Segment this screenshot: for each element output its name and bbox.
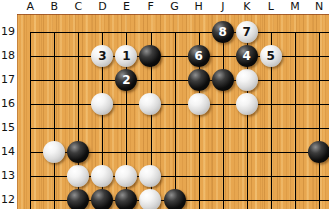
column-label-L: L bbox=[259, 0, 283, 14]
black-stone-H18-move-6: 6 bbox=[188, 45, 210, 67]
stone-grid: 73158642 bbox=[18, 20, 329, 209]
column-label-K: K bbox=[235, 0, 259, 14]
black-stone-H17 bbox=[188, 69, 210, 91]
column-label-N: N bbox=[307, 0, 329, 14]
column-label-G: G bbox=[163, 0, 187, 14]
row-label-17: 17 bbox=[0, 73, 15, 87]
row-label-16: 16 bbox=[0, 97, 15, 111]
column-label-C: C bbox=[66, 0, 90, 14]
black-stone-E12 bbox=[115, 189, 137, 209]
white-stone-D13 bbox=[91, 165, 113, 187]
row-label-19: 19 bbox=[0, 25, 15, 39]
column-label-M: M bbox=[283, 0, 307, 14]
white-stone-H16 bbox=[188, 93, 210, 115]
column-label-H: H bbox=[187, 0, 211, 14]
white-stone-C13 bbox=[67, 165, 89, 187]
white-stone-D18-move-3: 3 bbox=[91, 45, 113, 67]
row-label-18: 18 bbox=[0, 49, 15, 63]
go-board[interactable]: 73158642 bbox=[17, 14, 329, 209]
column-label-J: J bbox=[211, 0, 235, 14]
column-label-A: A bbox=[18, 0, 42, 14]
white-stone-E18-move-1: 1 bbox=[115, 45, 137, 67]
row-label-13: 13 bbox=[0, 169, 15, 183]
column-label-E: E bbox=[114, 0, 138, 14]
column-label-B: B bbox=[42, 0, 66, 14]
black-stone-K18-move-4: 4 bbox=[236, 45, 258, 67]
black-stone-J19-move-8: 8 bbox=[212, 21, 234, 43]
white-stone-K19-move-7: 7 bbox=[236, 21, 258, 43]
row-labels-strip: 1918171615141312 bbox=[0, 0, 17, 209]
black-stone-N14 bbox=[308, 141, 329, 163]
white-stone-F13 bbox=[139, 165, 161, 187]
white-stone-L18-move-5: 5 bbox=[260, 45, 282, 67]
black-stone-C14 bbox=[67, 141, 89, 163]
black-stone-C12 bbox=[67, 189, 89, 209]
white-stone-K17 bbox=[236, 69, 258, 91]
go-board-viewport: ABCDEFGHJKLMN 1918171615141312 73158642 bbox=[0, 0, 329, 209]
white-stone-F16 bbox=[139, 93, 161, 115]
black-stone-G12 bbox=[164, 189, 186, 209]
white-stone-D16 bbox=[91, 93, 113, 115]
column-labels-strip: ABCDEFGHJKLMN bbox=[0, 0, 329, 14]
white-stone-F12 bbox=[139, 189, 161, 209]
row-label-12: 12 bbox=[0, 193, 15, 207]
black-stone-J17 bbox=[212, 69, 234, 91]
white-stone-B14 bbox=[43, 141, 65, 163]
white-stone-E13 bbox=[115, 165, 137, 187]
black-stone-D12 bbox=[91, 189, 113, 209]
white-stone-K16 bbox=[236, 93, 258, 115]
column-label-F: F bbox=[139, 0, 163, 14]
black-stone-F18 bbox=[139, 45, 161, 67]
black-stone-E17-move-2: 2 bbox=[115, 69, 137, 91]
row-label-14: 14 bbox=[0, 145, 15, 159]
column-label-D: D bbox=[90, 0, 114, 14]
row-label-15: 15 bbox=[0, 121, 15, 135]
